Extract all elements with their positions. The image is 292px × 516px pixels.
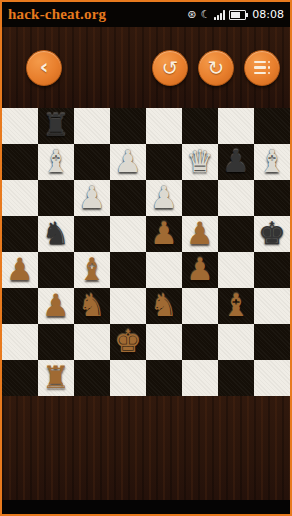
- square-g3[interactable]: ♝: [218, 288, 254, 324]
- square-f8[interactable]: [182, 108, 218, 144]
- square-e1[interactable]: [146, 360, 182, 396]
- white-bishop-c4[interactable]: ♝: [78, 254, 106, 285]
- night-mode-icon: ☾: [200, 9, 210, 20]
- square-a7[interactable]: [2, 144, 38, 180]
- square-c6[interactable]: ♟: [74, 180, 110, 216]
- menu-button[interactable]: [244, 50, 280, 86]
- black-pawn-g7[interactable]: ♟: [222, 146, 250, 177]
- square-d4[interactable]: [110, 252, 146, 288]
- square-g5[interactable]: [218, 216, 254, 252]
- square-h7[interactable]: ♝: [254, 144, 290, 180]
- square-h3[interactable]: [254, 288, 290, 324]
- square-d1[interactable]: [110, 360, 146, 396]
- square-a1[interactable]: [2, 360, 38, 396]
- square-a6[interactable]: [2, 180, 38, 216]
- undo-icon: ↺: [162, 58, 179, 78]
- square-f3[interactable]: [182, 288, 218, 324]
- square-e8[interactable]: [146, 108, 182, 144]
- redo-button[interactable]: ↻: [198, 50, 234, 86]
- square-a2[interactable]: [2, 324, 38, 360]
- square-h6[interactable]: [254, 180, 290, 216]
- black-knight-b5[interactable]: ♞: [42, 218, 70, 249]
- square-c4[interactable]: ♝: [74, 252, 110, 288]
- back-button[interactable]: ‹: [26, 50, 62, 86]
- square-e4[interactable]: [146, 252, 182, 288]
- chevron-left-icon: ‹: [39, 56, 48, 78]
- square-g6[interactable]: [218, 180, 254, 216]
- square-h4[interactable]: [254, 252, 290, 288]
- square-c3[interactable]: ♞: [74, 288, 110, 324]
- square-b7[interactable]: ♝: [38, 144, 74, 180]
- square-a3[interactable]: [2, 288, 38, 324]
- list-menu-icon: [254, 61, 271, 75]
- black-bishop-h7[interactable]: ♝: [258, 146, 286, 177]
- white-knight-c3[interactable]: ♞: [78, 290, 106, 321]
- chess-board: ♜♝♟♛♟♝♟♟♞♟♟♚♟♝♟♟♞♞♝♚♜: [2, 108, 290, 396]
- square-c7[interactable]: [74, 144, 110, 180]
- black-king-h5[interactable]: ♚: [258, 218, 286, 249]
- square-e6[interactable]: ♟: [146, 180, 182, 216]
- square-a5[interactable]: [2, 216, 38, 252]
- square-d5[interactable]: [110, 216, 146, 252]
- square-h8[interactable]: [254, 108, 290, 144]
- white-pawn-a4[interactable]: ♟: [6, 254, 34, 285]
- square-c1[interactable]: [74, 360, 110, 396]
- square-c5[interactable]: [74, 216, 110, 252]
- square-f5[interactable]: ♟: [182, 216, 218, 252]
- square-e7[interactable]: [146, 144, 182, 180]
- square-g2[interactable]: [218, 324, 254, 360]
- square-d2[interactable]: ♚: [110, 324, 146, 360]
- square-d7[interactable]: ♟: [110, 144, 146, 180]
- square-h1[interactable]: [254, 360, 290, 396]
- bottom-nav-bar: [2, 500, 290, 514]
- square-f6[interactable]: [182, 180, 218, 216]
- lower-wood-panel: [2, 396, 290, 500]
- black-rook-b8[interactable]: ♜: [42, 110, 70, 141]
- watermark-title: hack-cheat.org: [8, 6, 187, 23]
- square-c8[interactable]: [74, 108, 110, 144]
- square-e5[interactable]: ♟: [146, 216, 182, 252]
- square-d3[interactable]: [110, 288, 146, 324]
- status-bar: hack-cheat.org ⊛ ☾ 08:08: [2, 2, 290, 27]
- square-a4[interactable]: ♟: [2, 252, 38, 288]
- square-b2[interactable]: [38, 324, 74, 360]
- square-b1[interactable]: ♜: [38, 360, 74, 396]
- square-h2[interactable]: [254, 324, 290, 360]
- square-b8[interactable]: ♜: [38, 108, 74, 144]
- app-window: hack-cheat.org ⊛ ☾ 08:08 ‹ ↺ ↻ ♜♝♟♛♟♝♟♟♞…: [0, 0, 292, 516]
- toolbar: ‹ ↺ ↻: [2, 27, 290, 108]
- white-rook-b1[interactable]: ♜: [42, 362, 70, 393]
- square-d8[interactable]: [110, 108, 146, 144]
- white-pawn-b3[interactable]: ♟: [42, 290, 70, 321]
- white-bishop-g3[interactable]: ♝: [222, 290, 250, 321]
- square-a8[interactable]: [2, 108, 38, 144]
- black-queen-f7[interactable]: ♛: [186, 146, 214, 177]
- redo-icon: ↻: [208, 58, 225, 78]
- black-pawn-c6[interactable]: ♟: [78, 182, 106, 213]
- white-king-d2[interactable]: ♚: [114, 326, 142, 357]
- square-b6[interactable]: [38, 180, 74, 216]
- square-b4[interactable]: [38, 252, 74, 288]
- square-g7[interactable]: ♟: [218, 144, 254, 180]
- white-pawn-f5[interactable]: ♟: [186, 218, 214, 249]
- square-g8[interactable]: [218, 108, 254, 144]
- square-b3[interactable]: ♟: [38, 288, 74, 324]
- undo-button[interactable]: ↺: [152, 50, 188, 86]
- square-g1[interactable]: [218, 360, 254, 396]
- square-c2[interactable]: [74, 324, 110, 360]
- data-saver-icon: ⊛: [187, 9, 196, 20]
- square-f7[interactable]: ♛: [182, 144, 218, 180]
- signal-icon: [214, 10, 225, 20]
- square-h5[interactable]: ♚: [254, 216, 290, 252]
- status-time: 08:08: [252, 8, 284, 21]
- black-pawn-d7[interactable]: ♟: [114, 146, 142, 177]
- square-e2[interactable]: [146, 324, 182, 360]
- square-f1[interactable]: [182, 360, 218, 396]
- square-d6[interactable]: [110, 180, 146, 216]
- white-pawn-f4[interactable]: ♟: [186, 254, 214, 285]
- black-pawn-e6[interactable]: ♟: [150, 182, 178, 213]
- white-knight-e3[interactable]: ♞: [150, 290, 178, 321]
- square-f2[interactable]: [182, 324, 218, 360]
- square-g4[interactable]: [218, 252, 254, 288]
- square-f4[interactable]: ♟: [182, 252, 218, 288]
- status-icons: ⊛ ☾ 08:08: [187, 8, 284, 21]
- battery-icon: [229, 10, 246, 20]
- square-b5[interactable]: ♞: [38, 216, 74, 252]
- square-e3[interactable]: ♞: [146, 288, 182, 324]
- white-pawn-e5[interactable]: ♟: [150, 218, 178, 249]
- black-bishop-b7[interactable]: ♝: [42, 146, 70, 177]
